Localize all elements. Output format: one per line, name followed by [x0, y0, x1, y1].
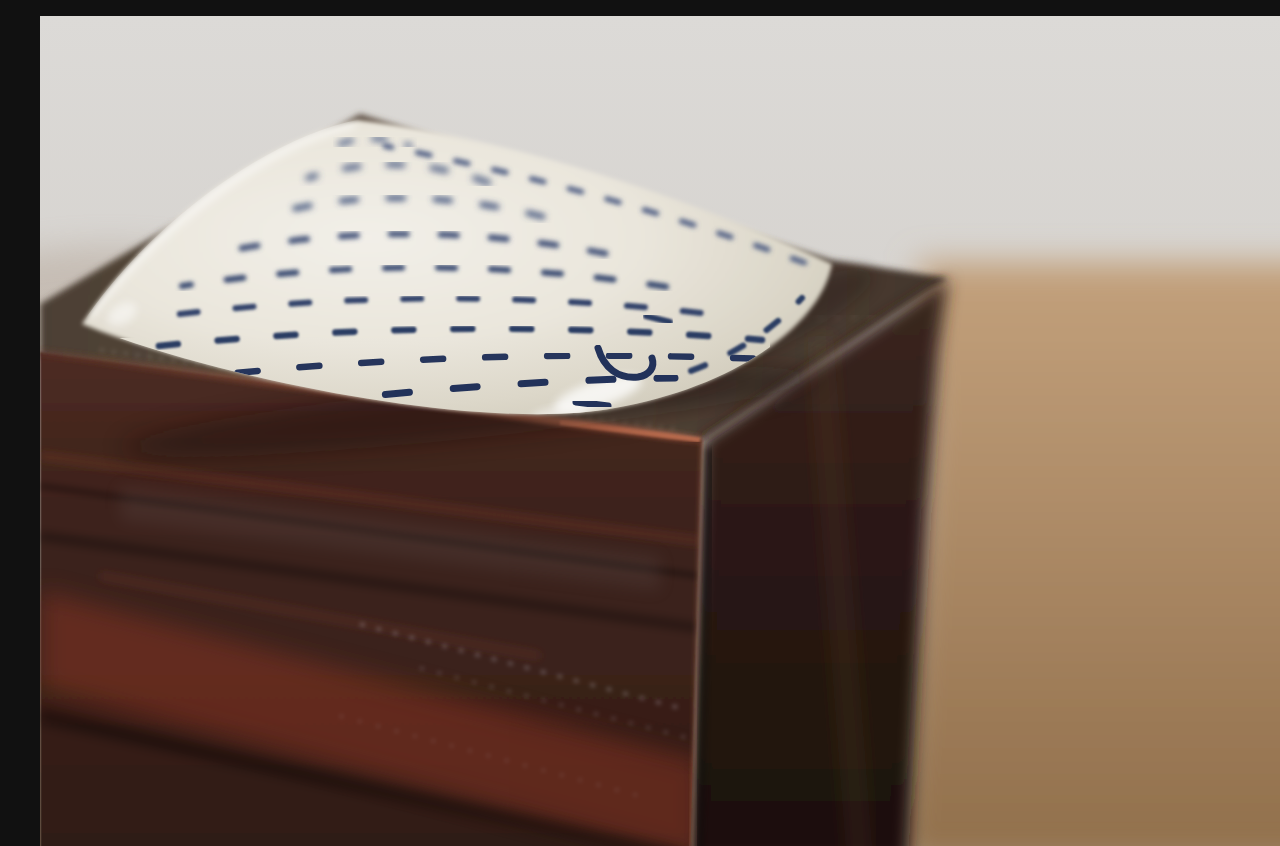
background-table: [900, 262, 1280, 846]
photo-sashiko-pincushion-on-box: Macro photograph: sashiko-stitched pincu…: [40, 16, 1280, 846]
stitch-row: [576, 402, 608, 406]
